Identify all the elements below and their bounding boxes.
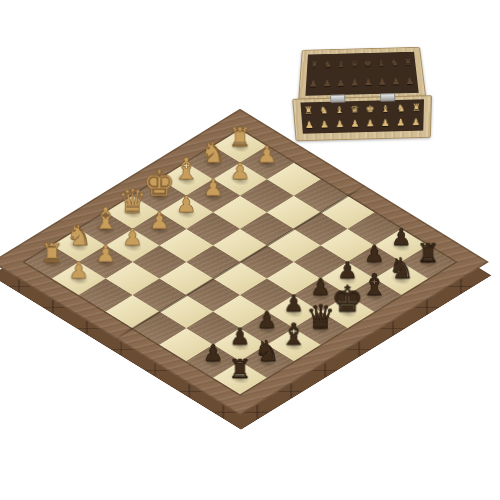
boxed-dark-pawn: ♟: [364, 78, 373, 87]
boxed-dark-pawns-row: ♟♟♟♟♟♟♟♟: [309, 77, 415, 89]
boxed-light-bishop: ♝: [381, 104, 390, 114]
boxed-dark-pawn: ♟: [378, 78, 387, 87]
boxed-dark-queen: ♛: [350, 60, 359, 69]
hinge-icon: [380, 93, 395, 101]
boxed-light-knight: ♞: [396, 104, 405, 114]
boxed-dark-pawn: ♟: [323, 79, 332, 88]
dark-king-piece: ♚: [331, 281, 363, 317]
box-lid-felt: ♜♞♝♛♚♝♞♜ ♟♟♟♟♟♟♟♟: [305, 52, 418, 96]
boxed-dark-pawn: ♟: [309, 79, 318, 88]
storage-box-inset: ♜♞♝♛♚♝♞♜ ♟♟♟♟♟♟♟♟ ♜♞♝♛♚♝♞♜ ♟♟♟♟♟♟♟♟: [291, 38, 434, 146]
dark-queen-piece: ♛: [306, 300, 336, 333]
chess-board: ♜♟♟♜♞♟♟♞♝♟♟♝♚♟♟♚♛♟♟♛♝♟♟♝♞♟♟♞♜♟♟♜: [0, 109, 489, 415]
boxed-dark-pieces-row: ♜♞♝♛♚♝♞♜: [310, 58, 413, 69]
box-lid: ♜♞♝♛♚♝♞♜ ♟♟♟♟♟♟♟♟: [298, 47, 426, 100]
product-photo: ♜♟♟♜♞♟♟♞♝♟♟♝♚♟♟♚♛♟♟♛♝♟♟♝♞♟♟♞♜♟♟♜ ♜♞♝♛♚♝♞…: [0, 0, 500, 500]
boxed-dark-bishop: ♝: [337, 60, 346, 69]
boxed-light-pawn: ♟: [412, 117, 421, 127]
boxed-light-pawn: ♟: [366, 119, 375, 129]
boxed-dark-rook: ♜: [310, 61, 319, 70]
boxed-light-pawns-row: ♟♟♟♟♟♟♟♟: [305, 117, 421, 129]
box-base: ♜♞♝♛♚♝♞♜ ♟♟♟♟♟♟♟♟: [292, 95, 432, 141]
boxed-dark-bishop: ♝: [377, 59, 386, 68]
boxed-light-pawn: ♟: [305, 120, 314, 130]
square-a3: [79, 279, 133, 312]
boxed-light-rook: ♜: [304, 106, 314, 116]
boxed-dark-knight: ♞: [323, 60, 332, 69]
hinge-icon: [330, 94, 345, 102]
boxed-light-pawn: ♟: [396, 118, 405, 128]
boxed-light-pawn: ♟: [320, 120, 329, 130]
boxed-light-pawn: ♟: [335, 119, 344, 129]
boxed-light-king: ♚: [366, 105, 375, 115]
boxed-light-bishop: ♝: [335, 106, 344, 116]
box-base-felt: ♜♞♝♛♚♝♞♜ ♟♟♟♟♟♟♟♟: [300, 99, 424, 133]
boxed-dark-pawn: ♟: [392, 77, 401, 86]
dark-pawn-piece: ♟: [364, 243, 385, 266]
boxed-light-knight: ♞: [319, 106, 328, 116]
boxed-dark-knight: ♞: [390, 59, 399, 68]
boxed-light-rook: ♜: [412, 103, 421, 113]
boxed-dark-king: ♚: [364, 59, 373, 68]
boxed-dark-pawn: ♟: [405, 77, 415, 86]
boxed-dark-pawn: ♟: [350, 78, 359, 87]
dark-pawn-piece: ♟: [203, 342, 224, 365]
boxed-light-pawn: ♟: [381, 118, 390, 128]
boxed-dark-pawn: ♟: [337, 79, 346, 88]
boxed-light-pawn: ♟: [351, 119, 360, 129]
boxed-dark-rook: ♜: [403, 58, 412, 67]
light-knight-piece: ♞: [200, 138, 226, 167]
boxed-light-pieces-row: ♜♞♝♛♚♝♞♜: [304, 103, 421, 116]
boxed-light-queen: ♛: [350, 105, 359, 115]
